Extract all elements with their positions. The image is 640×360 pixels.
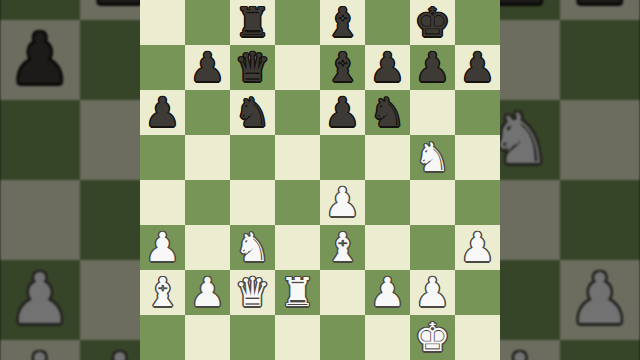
square-f3[interactable] [365,225,410,270]
square-a3[interactable]: ♟ [140,225,185,270]
black-knight-c6[interactable]: ♞ [235,92,271,132]
black-queen-c7[interactable]: ♛ [235,47,271,87]
square-e8[interactable]: ♝ [320,0,365,45]
bg-black-pawn-h7: ♟ [569,0,632,14]
bg-square-h5 [560,100,640,180]
bg-square-a7 [0,0,80,20]
bg-black-pawn-a6: ♟ [9,24,72,94]
bg-square-h4 [560,180,640,260]
square-h3[interactable]: ♟ [455,225,500,270]
black-pawn-a6[interactable]: ♟ [145,92,181,132]
black-king-g8[interactable]: ♚ [415,2,451,42]
bg-square-a3: ♟ [0,260,80,340]
black-pawn-f7[interactable]: ♟ [370,47,406,87]
square-c7[interactable]: ♛ [230,45,275,90]
square-f5[interactable] [365,135,410,180]
black-bishop-e7[interactable]: ♝ [325,47,361,87]
square-a5[interactable] [140,135,185,180]
square-g6[interactable] [410,90,455,135]
black-bishop-e8[interactable]: ♝ [325,2,361,42]
bg-white-bishop-a2: ♝ [9,344,72,360]
bg-square-h6 [560,20,640,100]
square-a4[interactable] [140,180,185,225]
square-h4[interactable] [455,180,500,225]
square-f2[interactable]: ♟ [365,270,410,315]
square-e4[interactable]: ♟ [320,180,365,225]
square-d5[interactable] [275,135,320,180]
bg-white-pawn-h3: ♟ [569,264,632,334]
bg-square-a6: ♟ [0,20,80,100]
square-b2[interactable]: ♟ [185,270,230,315]
white-rook-d2[interactable]: ♜ [280,272,316,312]
white-knight-c3[interactable]: ♞ [235,227,271,267]
square-e2[interactable] [320,270,365,315]
bg-square-h7: ♟ [560,0,640,20]
bg-square-h3: ♟ [560,260,640,340]
square-c3[interactable]: ♞ [230,225,275,270]
square-c5[interactable] [230,135,275,180]
square-g3[interactable] [410,225,455,270]
square-d3[interactable] [275,225,320,270]
square-b6[interactable] [185,90,230,135]
black-pawn-h7[interactable]: ♟ [460,47,496,87]
square-a1[interactable] [140,315,185,360]
square-f7[interactable]: ♟ [365,45,410,90]
square-a6[interactable]: ♟ [140,90,185,135]
square-c2[interactable]: ♛ [230,270,275,315]
square-c6[interactable]: ♞ [230,90,275,135]
square-g5[interactable]: ♞ [410,135,455,180]
square-d2[interactable]: ♜ [275,270,320,315]
square-b5[interactable] [185,135,230,180]
square-h2[interactable] [455,270,500,315]
square-e5[interactable] [320,135,365,180]
bg-square-h2 [560,340,640,360]
chess-board: ♜♝♚♟♛♝♟♟♟♟♞♟♞♞♟♟♞♝♟♝♟♛♜♟♟♚ [140,0,500,360]
white-knight-g5[interactable]: ♞ [415,137,451,177]
square-c8[interactable]: ♜ [230,0,275,45]
square-d6[interactable] [275,90,320,135]
white-pawn-b2[interactable]: ♟ [190,272,226,312]
black-pawn-e6[interactable]: ♟ [325,92,361,132]
square-d4[interactable] [275,180,320,225]
video-frame: ♜♝♚♟♛♝♟♟♟♟♞♟♞♞♟♟♞♝♟♝♟♛♜♟♟♚ ♜♝♚♟♛♝♟♟♟♟♞♟♞… [0,0,640,360]
square-e6[interactable]: ♟ [320,90,365,135]
white-king-g1[interactable]: ♚ [415,317,451,357]
white-bishop-e3[interactable]: ♝ [325,227,361,267]
black-pawn-b7[interactable]: ♟ [190,47,226,87]
square-h1[interactable] [455,315,500,360]
square-b7[interactable]: ♟ [185,45,230,90]
square-f6[interactable]: ♞ [365,90,410,135]
square-h8[interactable] [455,0,500,45]
bg-white-pawn-a3: ♟ [9,264,72,334]
black-pawn-g7[interactable]: ♟ [415,47,451,87]
square-h6[interactable] [455,90,500,135]
square-g4[interactable] [410,180,455,225]
square-d7[interactable] [275,45,320,90]
square-b3[interactable] [185,225,230,270]
white-pawn-g2[interactable]: ♟ [415,272,451,312]
square-f1[interactable] [365,315,410,360]
square-c4[interactable] [230,180,275,225]
black-knight-f6[interactable]: ♞ [370,92,406,132]
white-pawn-a3[interactable]: ♟ [145,227,181,267]
white-bishop-a2[interactable]: ♝ [145,272,181,312]
square-g8[interactable]: ♚ [410,0,455,45]
square-c1[interactable] [230,315,275,360]
square-a8[interactable] [140,0,185,45]
square-g2[interactable]: ♟ [410,270,455,315]
square-h5[interactable] [455,135,500,180]
bg-square-a2: ♝ [0,340,80,360]
bg-square-a4 [0,180,80,260]
square-e1[interactable] [320,315,365,360]
square-e3[interactable]: ♝ [320,225,365,270]
square-b4[interactable] [185,180,230,225]
square-g7[interactable]: ♟ [410,45,455,90]
square-e7[interactable]: ♝ [320,45,365,90]
square-a2[interactable]: ♝ [140,270,185,315]
white-pawn-e4[interactable]: ♟ [325,182,361,222]
square-b8[interactable] [185,0,230,45]
bg-square-a5 [0,100,80,180]
white-pawn-f2[interactable]: ♟ [370,272,406,312]
square-d8[interactable] [275,0,320,45]
square-b1[interactable] [185,315,230,360]
square-a7[interactable] [140,45,185,90]
square-f8[interactable] [365,0,410,45]
square-g1[interactable]: ♚ [410,315,455,360]
black-rook-c8[interactable]: ♜ [235,2,271,42]
white-pawn-h3[interactable]: ♟ [460,227,496,267]
square-h7[interactable]: ♟ [455,45,500,90]
square-d1[interactable] [275,315,320,360]
square-f4[interactable] [365,180,410,225]
white-queen-c2[interactable]: ♛ [235,272,271,312]
